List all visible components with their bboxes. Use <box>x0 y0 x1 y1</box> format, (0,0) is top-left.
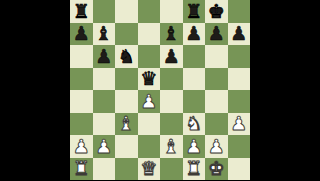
piece-black-pawn-g7[interactable]: ♟ <box>208 24 225 43</box>
square-b6[interactable]: ♟ <box>93 45 116 68</box>
square-e6[interactable]: ♟ <box>160 45 183 68</box>
square-a8[interactable]: ♜ <box>70 0 93 23</box>
piece-white-king-g1[interactable]: ♚ <box>208 159 225 178</box>
piece-black-pawn-f7[interactable]: ♟ <box>185 24 202 43</box>
letterbox-left <box>0 0 70 180</box>
piece-white-pawn-f2[interactable]: ♟ <box>185 136 202 155</box>
square-a1[interactable]: ♜ <box>70 158 93 181</box>
square-a3[interactable] <box>70 113 93 136</box>
square-g4[interactable] <box>205 90 228 113</box>
piece-white-rook-a1[interactable]: ♜ <box>73 159 90 178</box>
square-b8[interactable] <box>93 0 116 23</box>
piece-black-pawn-a7[interactable]: ♟ <box>73 24 90 43</box>
square-d2[interactable] <box>138 135 161 158</box>
square-a2[interactable]: ♟ <box>70 135 93 158</box>
square-d7[interactable] <box>138 23 161 46</box>
piece-black-knight-c6[interactable]: ♞ <box>118 46 135 65</box>
piece-black-king-g8[interactable]: ♚ <box>208 1 225 20</box>
chess-app-screen: ♜♜♚♟♝♝♟♟♟♟♞♟♛♟♝♞♟♟♟♝♟♟♜♛♜♚ <box>0 0 320 180</box>
square-a4[interactable] <box>70 90 93 113</box>
piece-white-rook-f1[interactable]: ♜ <box>185 159 202 178</box>
square-h1[interactable] <box>228 158 251 181</box>
piece-black-queen-d5[interactable]: ♛ <box>140 69 157 88</box>
square-c6[interactable]: ♞ <box>115 45 138 68</box>
square-b1[interactable] <box>93 158 116 181</box>
square-a6[interactable] <box>70 45 93 68</box>
piece-white-bishop-c3[interactable]: ♝ <box>118 114 135 133</box>
letterbox-right <box>250 0 320 180</box>
square-f7[interactable]: ♟ <box>183 23 206 46</box>
square-h6[interactable] <box>228 45 251 68</box>
square-c1[interactable] <box>115 158 138 181</box>
square-d4[interactable]: ♟ <box>138 90 161 113</box>
piece-black-rook-f8[interactable]: ♜ <box>185 1 202 20</box>
piece-white-pawn-g2[interactable]: ♟ <box>208 136 225 155</box>
square-h3[interactable]: ♟ <box>228 113 251 136</box>
piece-black-pawn-e6[interactable]: ♟ <box>163 46 180 65</box>
square-f8[interactable]: ♜ <box>183 0 206 23</box>
square-b3[interactable] <box>93 113 116 136</box>
square-a5[interactable] <box>70 68 93 91</box>
square-e8[interactable] <box>160 0 183 23</box>
square-g7[interactable]: ♟ <box>205 23 228 46</box>
square-c2[interactable] <box>115 135 138 158</box>
square-g3[interactable] <box>205 113 228 136</box>
square-h7[interactable]: ♟ <box>228 23 251 46</box>
square-e4[interactable] <box>160 90 183 113</box>
square-h8[interactable] <box>228 0 251 23</box>
square-f1[interactable]: ♜ <box>183 158 206 181</box>
square-h4[interactable] <box>228 90 251 113</box>
square-f5[interactable] <box>183 68 206 91</box>
square-d3[interactable] <box>138 113 161 136</box>
square-a7[interactable]: ♟ <box>70 23 93 46</box>
square-e5[interactable] <box>160 68 183 91</box>
square-f4[interactable] <box>183 90 206 113</box>
square-d5[interactable]: ♛ <box>138 68 161 91</box>
square-e3[interactable] <box>160 113 183 136</box>
square-g1[interactable]: ♚ <box>205 158 228 181</box>
square-f6[interactable] <box>183 45 206 68</box>
square-g5[interactable] <box>205 68 228 91</box>
piece-black-bishop-b7[interactable]: ♝ <box>95 24 112 43</box>
square-g6[interactable] <box>205 45 228 68</box>
square-d6[interactable] <box>138 45 161 68</box>
square-h5[interactable] <box>228 68 251 91</box>
square-f3[interactable]: ♞ <box>183 113 206 136</box>
piece-white-pawn-h3[interactable]: ♟ <box>230 114 247 133</box>
square-f2[interactable]: ♟ <box>183 135 206 158</box>
piece-white-pawn-b2[interactable]: ♟ <box>95 136 112 155</box>
piece-black-bishop-e7[interactable]: ♝ <box>163 24 180 43</box>
piece-black-rook-a8[interactable]: ♜ <box>73 1 90 20</box>
square-c4[interactable] <box>115 90 138 113</box>
square-e7[interactable]: ♝ <box>160 23 183 46</box>
square-c7[interactable] <box>115 23 138 46</box>
square-g8[interactable]: ♚ <box>205 0 228 23</box>
square-h2[interactable] <box>228 135 251 158</box>
square-b5[interactable] <box>93 68 116 91</box>
square-b4[interactable] <box>93 90 116 113</box>
piece-white-pawn-d4[interactable]: ♟ <box>140 91 157 110</box>
piece-white-knight-f3[interactable]: ♞ <box>185 114 202 133</box>
chess-board: ♜♜♚♟♝♝♟♟♟♟♞♟♛♟♝♞♟♟♟♝♟♟♜♛♜♚ <box>70 0 250 180</box>
square-b2[interactable]: ♟ <box>93 135 116 158</box>
piece-black-pawn-h7[interactable]: ♟ <box>230 24 247 43</box>
square-c8[interactable] <box>115 0 138 23</box>
square-d1[interactable]: ♛ <box>138 158 161 181</box>
piece-white-pawn-a2[interactable]: ♟ <box>73 136 90 155</box>
square-c5[interactable] <box>115 68 138 91</box>
square-b7[interactable]: ♝ <box>93 23 116 46</box>
square-c3[interactable]: ♝ <box>115 113 138 136</box>
square-g2[interactable]: ♟ <box>205 135 228 158</box>
piece-black-pawn-b6[interactable]: ♟ <box>95 46 112 65</box>
square-d8[interactable] <box>138 0 161 23</box>
square-e2[interactable]: ♝ <box>160 135 183 158</box>
square-e1[interactable] <box>160 158 183 181</box>
piece-white-bishop-e2[interactable]: ♝ <box>163 136 180 155</box>
piece-white-queen-d1[interactable]: ♛ <box>140 159 157 178</box>
